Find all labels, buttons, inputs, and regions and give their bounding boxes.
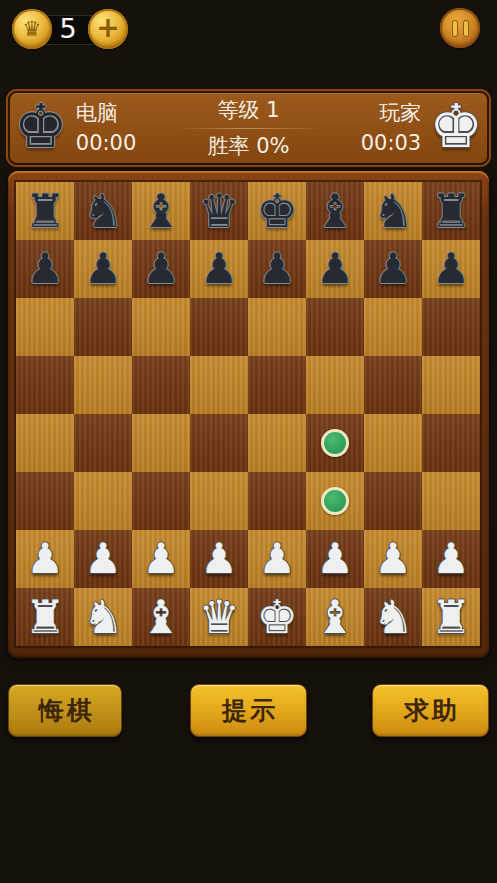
undo-button[interactable]: 悔棋 xyxy=(8,684,122,737)
square-a1[interactable]: ♜ xyxy=(16,588,74,646)
crown-coin-icon: ♛ xyxy=(12,9,52,49)
square-b3[interactable] xyxy=(74,472,132,530)
square-a6[interactable] xyxy=(16,298,74,356)
piece-black-pawn[interactable]: ♟ xyxy=(316,248,354,290)
crown-glyph: ♛ xyxy=(23,19,42,40)
square-d1[interactable]: ♛ xyxy=(190,588,248,646)
move-hint-dot-f3[interactable] xyxy=(321,487,349,515)
square-g4[interactable] xyxy=(364,414,422,472)
square-e7[interactable]: ♟ xyxy=(248,240,306,298)
square-h5[interactable] xyxy=(422,356,480,414)
square-c6[interactable] xyxy=(132,298,190,356)
piece-white-pawn[interactable]: ♟ xyxy=(258,538,296,580)
square-e6[interactable] xyxy=(248,298,306,356)
pause-button[interactable] xyxy=(440,8,480,48)
square-c7[interactable]: ♟ xyxy=(132,240,190,298)
square-f8[interactable]: ♝ xyxy=(306,182,364,240)
board-frame: ♜♞♝♛♚♝♞♜♟♟♟♟♟♟♟♟♟♟♟♟♟♟♟♟♜♞♝♛♚♝♞♜ xyxy=(8,171,489,658)
app-root: ♛ 5 + ♚ 电脑 00:00 等级 1 胜率 0% 玩家 00:03 ♚ ♜… xyxy=(0,0,497,883)
square-b1[interactable]: ♞ xyxy=(74,588,132,646)
square-b6[interactable] xyxy=(74,298,132,356)
piece-white-pawn[interactable]: ♟ xyxy=(26,538,64,580)
hint-button[interactable]: 提示 xyxy=(190,684,307,737)
square-e4[interactable] xyxy=(248,414,306,472)
player-info-panel: ♚ 电脑 00:00 等级 1 胜率 0% 玩家 00:03 ♚ xyxy=(8,91,489,165)
piece-white-pawn[interactable]: ♟ xyxy=(142,538,180,580)
piece-black-pawn[interactable]: ♟ xyxy=(374,248,412,290)
chess-board: ♜♞♝♛♚♝♞♜♟♟♟♟♟♟♟♟♟♟♟♟♟♟♟♟♜♞♝♛♚♝♞♜ xyxy=(16,182,480,646)
square-d2[interactable]: ♟ xyxy=(190,530,248,588)
square-e5[interactable] xyxy=(248,356,306,414)
piece-black-rook[interactable]: ♜ xyxy=(24,188,65,234)
piece-white-queen[interactable]: ♛ xyxy=(198,594,239,640)
piece-white-king[interactable]: ♚ xyxy=(256,594,297,640)
square-g2[interactable]: ♟ xyxy=(364,530,422,588)
square-c3[interactable] xyxy=(132,472,190,530)
piece-white-pawn[interactable]: ♟ xyxy=(316,538,354,580)
square-d3[interactable] xyxy=(190,472,248,530)
piece-white-knight[interactable]: ♞ xyxy=(372,594,413,640)
piece-black-rook[interactable]: ♜ xyxy=(430,188,471,234)
square-f3[interactable] xyxy=(306,472,364,530)
square-f7[interactable]: ♟ xyxy=(306,240,364,298)
square-a5[interactable] xyxy=(16,356,74,414)
square-d7[interactable]: ♟ xyxy=(190,240,248,298)
square-h2[interactable]: ♟ xyxy=(422,530,480,588)
square-f1[interactable]: ♝ xyxy=(306,588,364,646)
win-rate-label: 胜率 0% xyxy=(162,131,335,161)
square-c5[interactable] xyxy=(132,356,190,414)
square-b7[interactable]: ♟ xyxy=(74,240,132,298)
piece-white-knight[interactable]: ♞ xyxy=(82,594,123,640)
piece-white-bishop[interactable]: ♝ xyxy=(140,594,181,640)
piece-black-knight[interactable]: ♞ xyxy=(82,188,123,234)
square-g7[interactable]: ♟ xyxy=(364,240,422,298)
square-h8[interactable]: ♜ xyxy=(422,182,480,240)
piece-white-pawn[interactable]: ♟ xyxy=(200,538,238,580)
level-label: 等级 1 xyxy=(162,95,335,125)
help-button[interactable]: 求助 xyxy=(372,684,489,737)
piece-black-pawn[interactable]: ♟ xyxy=(258,248,296,290)
piece-black-king[interactable]: ♚ xyxy=(256,188,297,234)
piece-black-queen[interactable]: ♛ xyxy=(198,188,239,234)
square-a4[interactable] xyxy=(16,414,74,472)
square-g8[interactable]: ♞ xyxy=(364,182,422,240)
white-king-icon: ♚ xyxy=(429,96,483,156)
piece-black-pawn[interactable]: ♟ xyxy=(26,248,64,290)
square-b5[interactable] xyxy=(74,356,132,414)
add-coins-button[interactable]: + xyxy=(88,9,128,49)
square-d6[interactable] xyxy=(190,298,248,356)
player-clock: 00:03 xyxy=(335,128,421,158)
computer-label: 电脑 xyxy=(76,98,162,128)
move-hint-dot-f4[interactable] xyxy=(321,429,349,457)
piece-white-rook[interactable]: ♜ xyxy=(24,594,65,640)
piece-black-pawn[interactable]: ♟ xyxy=(84,248,122,290)
square-b2[interactable]: ♟ xyxy=(74,530,132,588)
square-a2[interactable]: ♟ xyxy=(16,530,74,588)
square-c8[interactable]: ♝ xyxy=(132,182,190,240)
square-d8[interactable]: ♛ xyxy=(190,182,248,240)
piece-white-pawn[interactable]: ♟ xyxy=(84,538,122,580)
coins-value: 5 xyxy=(50,13,86,44)
plus-icon: + xyxy=(96,14,119,42)
square-a7[interactable]: ♟ xyxy=(16,240,74,298)
square-a8[interactable]: ♜ xyxy=(16,182,74,240)
square-h4[interactable] xyxy=(422,414,480,472)
piece-white-bishop[interactable]: ♝ xyxy=(314,594,355,640)
square-g1[interactable]: ♞ xyxy=(364,588,422,646)
pause-icon xyxy=(452,20,458,37)
piece-white-rook[interactable]: ♜ xyxy=(430,594,471,640)
square-f2[interactable]: ♟ xyxy=(306,530,364,588)
square-e3[interactable] xyxy=(248,472,306,530)
square-a3[interactable] xyxy=(16,472,74,530)
square-d4[interactable] xyxy=(190,414,248,472)
square-c4[interactable] xyxy=(132,414,190,472)
piece-black-bishop[interactable]: ♝ xyxy=(314,188,355,234)
square-h7[interactable]: ♟ xyxy=(422,240,480,298)
square-g6[interactable] xyxy=(364,298,422,356)
square-e8[interactable]: ♚ xyxy=(248,182,306,240)
square-b4[interactable] xyxy=(74,414,132,472)
piece-white-pawn[interactable]: ♟ xyxy=(374,538,412,580)
square-f4[interactable] xyxy=(306,414,364,472)
square-e2[interactable]: ♟ xyxy=(248,530,306,588)
piece-white-pawn[interactable]: ♟ xyxy=(432,538,470,580)
piece-black-pawn[interactable]: ♟ xyxy=(142,248,180,290)
square-c1[interactable]: ♝ xyxy=(132,588,190,646)
square-e1[interactable]: ♚ xyxy=(248,588,306,646)
black-king-icon: ♚ xyxy=(14,96,68,156)
piece-black-bishop[interactable]: ♝ xyxy=(140,188,181,234)
piece-black-knight[interactable]: ♞ xyxy=(372,188,413,234)
square-c2[interactable]: ♟ xyxy=(132,530,190,588)
computer-clock: 00:00 xyxy=(76,128,162,158)
square-f6[interactable] xyxy=(306,298,364,356)
square-b8[interactable]: ♞ xyxy=(74,182,132,240)
piece-black-pawn[interactable]: ♟ xyxy=(432,248,470,290)
square-h1[interactable]: ♜ xyxy=(422,588,480,646)
panel-divider xyxy=(174,128,324,129)
square-d5[interactable] xyxy=(190,356,248,414)
square-g5[interactable] xyxy=(364,356,422,414)
square-h6[interactable] xyxy=(422,298,480,356)
pause-icon xyxy=(463,20,469,37)
square-g3[interactable] xyxy=(364,472,422,530)
player-label: 玩家 xyxy=(335,98,421,128)
square-f5[interactable] xyxy=(306,356,364,414)
piece-black-pawn[interactable]: ♟ xyxy=(200,248,238,290)
square-h3[interactable] xyxy=(422,472,480,530)
